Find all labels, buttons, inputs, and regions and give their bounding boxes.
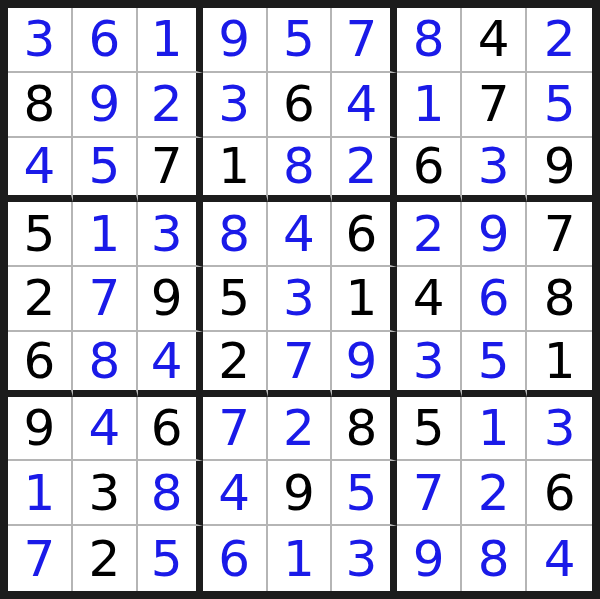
solved-digit: 8 [151, 468, 183, 518]
cell-r3c9[interactable]: 9 [527, 138, 592, 203]
cell-r1c4[interactable]: 9 [203, 8, 268, 73]
given-digit: 3 [88, 468, 120, 518]
cell-r8c6[interactable]: 5 [332, 461, 397, 526]
cell-r4c7[interactable]: 2 [397, 202, 462, 267]
cell-r2c4[interactable]: 3 [203, 73, 268, 138]
given-digit: 6 [283, 79, 315, 129]
solved-digit: 9 [345, 336, 377, 386]
given-digit: 2 [218, 336, 250, 386]
solved-digit: 7 [24, 534, 56, 584]
solved-digit: 2 [544, 14, 576, 64]
cell-r8c3[interactable]: 8 [138, 461, 203, 526]
cell-r2c8[interactable]: 7 [462, 73, 527, 138]
cell-r9c4[interactable]: 6 [203, 526, 268, 591]
solved-digit: 5 [151, 534, 183, 584]
solved-digit: 6 [88, 14, 120, 64]
solved-digit: 5 [544, 79, 576, 129]
cell-r3c1[interactable]: 4 [8, 138, 73, 203]
given-digit: 7 [151, 141, 183, 191]
solved-digit: 6 [218, 534, 250, 584]
given-digit: 1 [544, 336, 576, 386]
solved-digit: 3 [283, 273, 315, 323]
cell-r2c5[interactable]: 6 [268, 73, 333, 138]
cell-r2c1[interactable]: 8 [8, 73, 73, 138]
cell-r7c8[interactable]: 1 [462, 397, 527, 462]
solved-digit: 1 [283, 534, 315, 584]
solved-digit: 4 [218, 468, 250, 518]
cell-r5c2[interactable]: 7 [73, 267, 138, 332]
cell-r5c1[interactable]: 2 [8, 267, 73, 332]
cell-r5c3[interactable]: 9 [138, 267, 203, 332]
cell-r4c8[interactable]: 9 [462, 202, 527, 267]
cell-r4c1[interactable]: 5 [8, 202, 73, 267]
cell-r7c4[interactable]: 7 [203, 397, 268, 462]
cell-r2c3[interactable]: 2 [138, 73, 203, 138]
cell-r1c6[interactable]: 7 [332, 8, 397, 73]
cell-r7c7[interactable]: 5 [397, 397, 462, 462]
cell-r3c7[interactable]: 6 [397, 138, 462, 203]
cell-r9c5[interactable]: 1 [268, 526, 333, 591]
cell-r7c1[interactable]: 9 [8, 397, 73, 462]
cell-r7c9[interactable]: 3 [527, 397, 592, 462]
given-digit: 1 [345, 273, 377, 323]
solved-digit: 2 [413, 209, 445, 259]
cell-r1c8[interactable]: 4 [462, 8, 527, 73]
cell-r5c9[interactable]: 8 [527, 267, 592, 332]
solved-digit: 9 [478, 209, 510, 259]
sudoku-board: 3619578428923641754571826395138462972795… [0, 0, 600, 599]
given-digit: 1 [218, 141, 250, 191]
cell-r6c7[interactable]: 3 [397, 332, 462, 397]
solved-digit: 3 [345, 534, 377, 584]
solved-digit: 7 [218, 403, 250, 453]
cell-r3c3[interactable]: 7 [138, 138, 203, 203]
solved-digit: 9 [413, 534, 445, 584]
given-digit: 8 [24, 79, 56, 129]
solved-digit: 3 [413, 336, 445, 386]
cell-r6c1[interactable]: 6 [8, 332, 73, 397]
solved-digit: 9 [88, 79, 120, 129]
cell-r3c6[interactable]: 2 [332, 138, 397, 203]
solved-digit: 3 [544, 403, 576, 453]
cell-r6c2[interactable]: 8 [73, 332, 138, 397]
cell-r1c3[interactable]: 1 [138, 8, 203, 73]
given-digit: 6 [151, 403, 183, 453]
given-digit: 7 [478, 79, 510, 129]
given-digit: 2 [24, 273, 56, 323]
cell-r8c5[interactable]: 9 [268, 461, 333, 526]
cell-r9c8[interactable]: 8 [462, 526, 527, 591]
given-digit: 9 [24, 403, 56, 453]
solved-digit: 2 [151, 79, 183, 129]
cell-r2c2[interactable]: 9 [73, 73, 138, 138]
solved-digit: 8 [478, 534, 510, 584]
cell-r8c8[interactable]: 2 [462, 461, 527, 526]
given-digit: 5 [218, 273, 250, 323]
given-digit: 2 [88, 534, 120, 584]
solved-digit: 7 [345, 14, 377, 64]
solved-digit: 1 [24, 468, 56, 518]
cell-r6c3[interactable]: 4 [138, 332, 203, 397]
given-digit: 6 [24, 336, 56, 386]
cell-r4c4[interactable]: 8 [203, 202, 268, 267]
cell-r4c9[interactable]: 7 [527, 202, 592, 267]
cell-r2c7[interactable]: 1 [397, 73, 462, 138]
cell-r8c7[interactable]: 7 [397, 461, 462, 526]
cell-r2c6[interactable]: 4 [332, 73, 397, 138]
cell-r8c1[interactable]: 1 [8, 461, 73, 526]
cell-r6c8[interactable]: 5 [462, 332, 527, 397]
cell-r4c3[interactable]: 3 [138, 202, 203, 267]
solved-digit: 8 [88, 336, 120, 386]
cell-r1c7[interactable]: 8 [397, 8, 462, 73]
solved-digit: 1 [151, 14, 183, 64]
cell-r3c2[interactable]: 5 [73, 138, 138, 203]
given-digit: 6 [345, 209, 377, 259]
cell-r5c4[interactable]: 5 [203, 267, 268, 332]
solved-digit: 4 [24, 141, 56, 191]
solved-digit: 4 [544, 534, 576, 584]
given-digit: 6 [544, 468, 576, 518]
solved-digit: 4 [88, 403, 120, 453]
solved-digit: 7 [88, 273, 120, 323]
cell-r4c5[interactable]: 4 [268, 202, 333, 267]
cell-r5c7[interactable]: 4 [397, 267, 462, 332]
cell-r9c1[interactable]: 7 [8, 526, 73, 591]
given-digit: 4 [413, 273, 445, 323]
cell-r5c8[interactable]: 6 [462, 267, 527, 332]
solved-digit: 2 [345, 141, 377, 191]
given-digit: 8 [544, 273, 576, 323]
cell-r4c6[interactable]: 6 [332, 202, 397, 267]
cell-r7c6[interactable]: 8 [332, 397, 397, 462]
cell-r5c5[interactable]: 3 [268, 267, 333, 332]
cell-r1c2[interactable]: 6 [73, 8, 138, 73]
given-digit: 5 [24, 209, 56, 259]
solved-digit: 9 [218, 14, 250, 64]
given-digit: 9 [544, 141, 576, 191]
solved-digit: 7 [413, 468, 445, 518]
cell-r7c5[interactable]: 2 [268, 397, 333, 462]
given-digit: 9 [283, 468, 315, 518]
cell-r6c4[interactable]: 2 [203, 332, 268, 397]
solved-digit: 3 [151, 209, 183, 259]
solved-digit: 1 [478, 403, 510, 453]
cell-r9c6[interactable]: 3 [332, 526, 397, 591]
solved-digit: 8 [218, 209, 250, 259]
cell-r2c9[interactable]: 5 [527, 73, 592, 138]
cell-r6c5[interactable]: 7 [268, 332, 333, 397]
given-digit: 7 [544, 209, 576, 259]
cell-r7c2[interactable]: 4 [73, 397, 138, 462]
cell-r7c3[interactable]: 6 [138, 397, 203, 462]
solved-digit: 5 [478, 336, 510, 386]
solved-digit: 5 [283, 14, 315, 64]
cell-r1c9[interactable]: 2 [527, 8, 592, 73]
cell-r4c2[interactable]: 1 [73, 202, 138, 267]
solved-digit: 4 [151, 336, 183, 386]
given-digit: 5 [413, 403, 445, 453]
given-digit: 4 [478, 14, 510, 64]
cell-r8c9[interactable]: 6 [527, 461, 592, 526]
solved-digit: 6 [478, 273, 510, 323]
cell-r9c7[interactable]: 9 [397, 526, 462, 591]
cell-r1c5[interactable]: 5 [268, 8, 333, 73]
given-digit: 9 [151, 273, 183, 323]
cell-r8c2[interactable]: 3 [73, 461, 138, 526]
cell-r1c1[interactable]: 3 [8, 8, 73, 73]
cell-r9c2[interactable]: 2 [73, 526, 138, 591]
cell-r6c9[interactable]: 1 [527, 332, 592, 397]
solved-digit: 3 [218, 79, 250, 129]
given-digit: 8 [345, 403, 377, 453]
cell-r3c8[interactable]: 3 [462, 138, 527, 203]
cell-r3c5[interactable]: 8 [268, 138, 333, 203]
solved-digit: 8 [413, 14, 445, 64]
given-digit: 6 [413, 141, 445, 191]
cell-r3c4[interactable]: 1 [203, 138, 268, 203]
solved-digit: 5 [88, 141, 120, 191]
cell-r9c9[interactable]: 4 [527, 526, 592, 591]
solved-digit: 4 [345, 79, 377, 129]
solved-digit: 5 [345, 468, 377, 518]
solved-digit: 1 [88, 209, 120, 259]
cell-r8c4[interactable]: 4 [203, 461, 268, 526]
solved-digit: 8 [283, 141, 315, 191]
solved-digit: 2 [478, 468, 510, 518]
solved-digit: 2 [283, 403, 315, 453]
solved-digit: 3 [24, 14, 56, 64]
cell-r5c6[interactable]: 1 [332, 267, 397, 332]
solved-digit: 7 [283, 336, 315, 386]
solved-digit: 3 [478, 141, 510, 191]
cell-r9c3[interactable]: 5 [138, 526, 203, 591]
solved-digit: 1 [413, 79, 445, 129]
cell-r6c6[interactable]: 9 [332, 332, 397, 397]
solved-digit: 4 [283, 209, 315, 259]
